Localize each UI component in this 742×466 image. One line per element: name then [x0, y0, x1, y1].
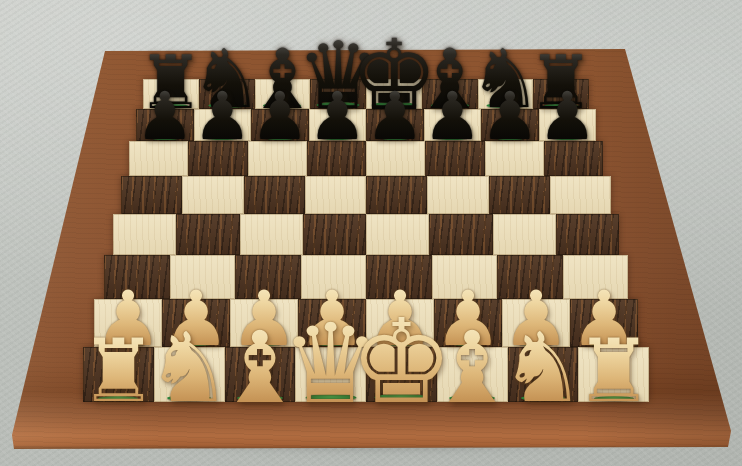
- square-g5[interactable]: [489, 176, 550, 214]
- square-g1[interactable]: ♞: [508, 347, 579, 402]
- square-d7[interactable]: ♟: [309, 109, 367, 141]
- square-h5[interactable]: [550, 176, 611, 214]
- black-pawn-piece: ♟: [480, 84, 539, 150]
- square-c7[interactable]: ♟: [251, 109, 309, 141]
- square-e7[interactable]: ♟: [366, 109, 424, 141]
- square-b4[interactable]: [176, 214, 239, 255]
- black-pawn-piece: ♟: [135, 84, 194, 150]
- square-b5[interactable]: [182, 176, 243, 214]
- photo-scene: ♜♞♝♛♚♝♞♜♟♟♟♟♟♟♟♟♟♟♟♟♟♟♟♟♜♞♝♛♚♝♞♜: [0, 0, 742, 466]
- white-knight-piece: ♞: [500, 320, 586, 416]
- black-pawn-piece: ♟: [193, 84, 252, 150]
- square-d4[interactable]: [303, 214, 366, 255]
- square-h7[interactable]: ♟: [539, 109, 597, 141]
- square-b1[interactable]: ♞: [154, 347, 225, 402]
- square-e4[interactable]: [366, 214, 429, 255]
- square-a5[interactable]: [121, 176, 182, 214]
- rank-row-7: ♟♟♟♟♟♟♟♟: [136, 109, 596, 141]
- square-g7[interactable]: ♟: [481, 109, 539, 141]
- square-h1[interactable]: ♜: [578, 347, 649, 402]
- square-a7[interactable]: ♟: [136, 109, 194, 141]
- black-pawn-piece: ♟: [308, 84, 367, 150]
- black-pawn-piece: ♟: [423, 84, 482, 150]
- square-a4[interactable]: [113, 214, 176, 255]
- square-d5[interactable]: [305, 176, 366, 214]
- square-a1[interactable]: ♜: [83, 347, 154, 402]
- square-f1[interactable]: ♝: [437, 347, 508, 402]
- square-f7[interactable]: ♟: [424, 109, 482, 141]
- square-f5[interactable]: [427, 176, 488, 214]
- black-pawn-piece: ♟: [538, 84, 597, 150]
- square-e5[interactable]: [366, 176, 427, 214]
- white-rook-piece: ♜: [575, 328, 653, 415]
- rank-row-4: [113, 214, 619, 255]
- rank-row-1: ♜♞♝♛♚♝♞♜: [83, 347, 649, 402]
- square-f4[interactable]: [429, 214, 492, 255]
- square-b7[interactable]: ♟: [194, 109, 252, 141]
- rank-row-5: [121, 176, 611, 214]
- square-c4[interactable]: [240, 214, 303, 255]
- chess-board: ♜♞♝♛♚♝♞♜♟♟♟♟♟♟♟♟♟♟♟♟♟♟♟♟♜♞♝♛♚♝♞♜: [83, 79, 649, 402]
- black-pawn-piece: ♟: [250, 84, 309, 150]
- square-g4[interactable]: [493, 214, 556, 255]
- black-pawn-piece: ♟: [365, 84, 424, 150]
- square-c5[interactable]: [244, 176, 305, 214]
- square-h4[interactable]: [556, 214, 619, 255]
- square-e1[interactable]: ♚: [366, 347, 437, 402]
